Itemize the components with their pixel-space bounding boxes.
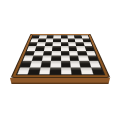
square-d1[interactable] [49, 67, 60, 74]
board-squares [17, 35, 103, 74]
canvas [0, 0, 120, 120]
chessboard [10, 34, 110, 78]
square-e1[interactable] [60, 67, 71, 74]
square-c1[interactable] [38, 67, 50, 74]
square-h1[interactable] [90, 67, 103, 74]
board-front-edge [10, 78, 110, 84]
